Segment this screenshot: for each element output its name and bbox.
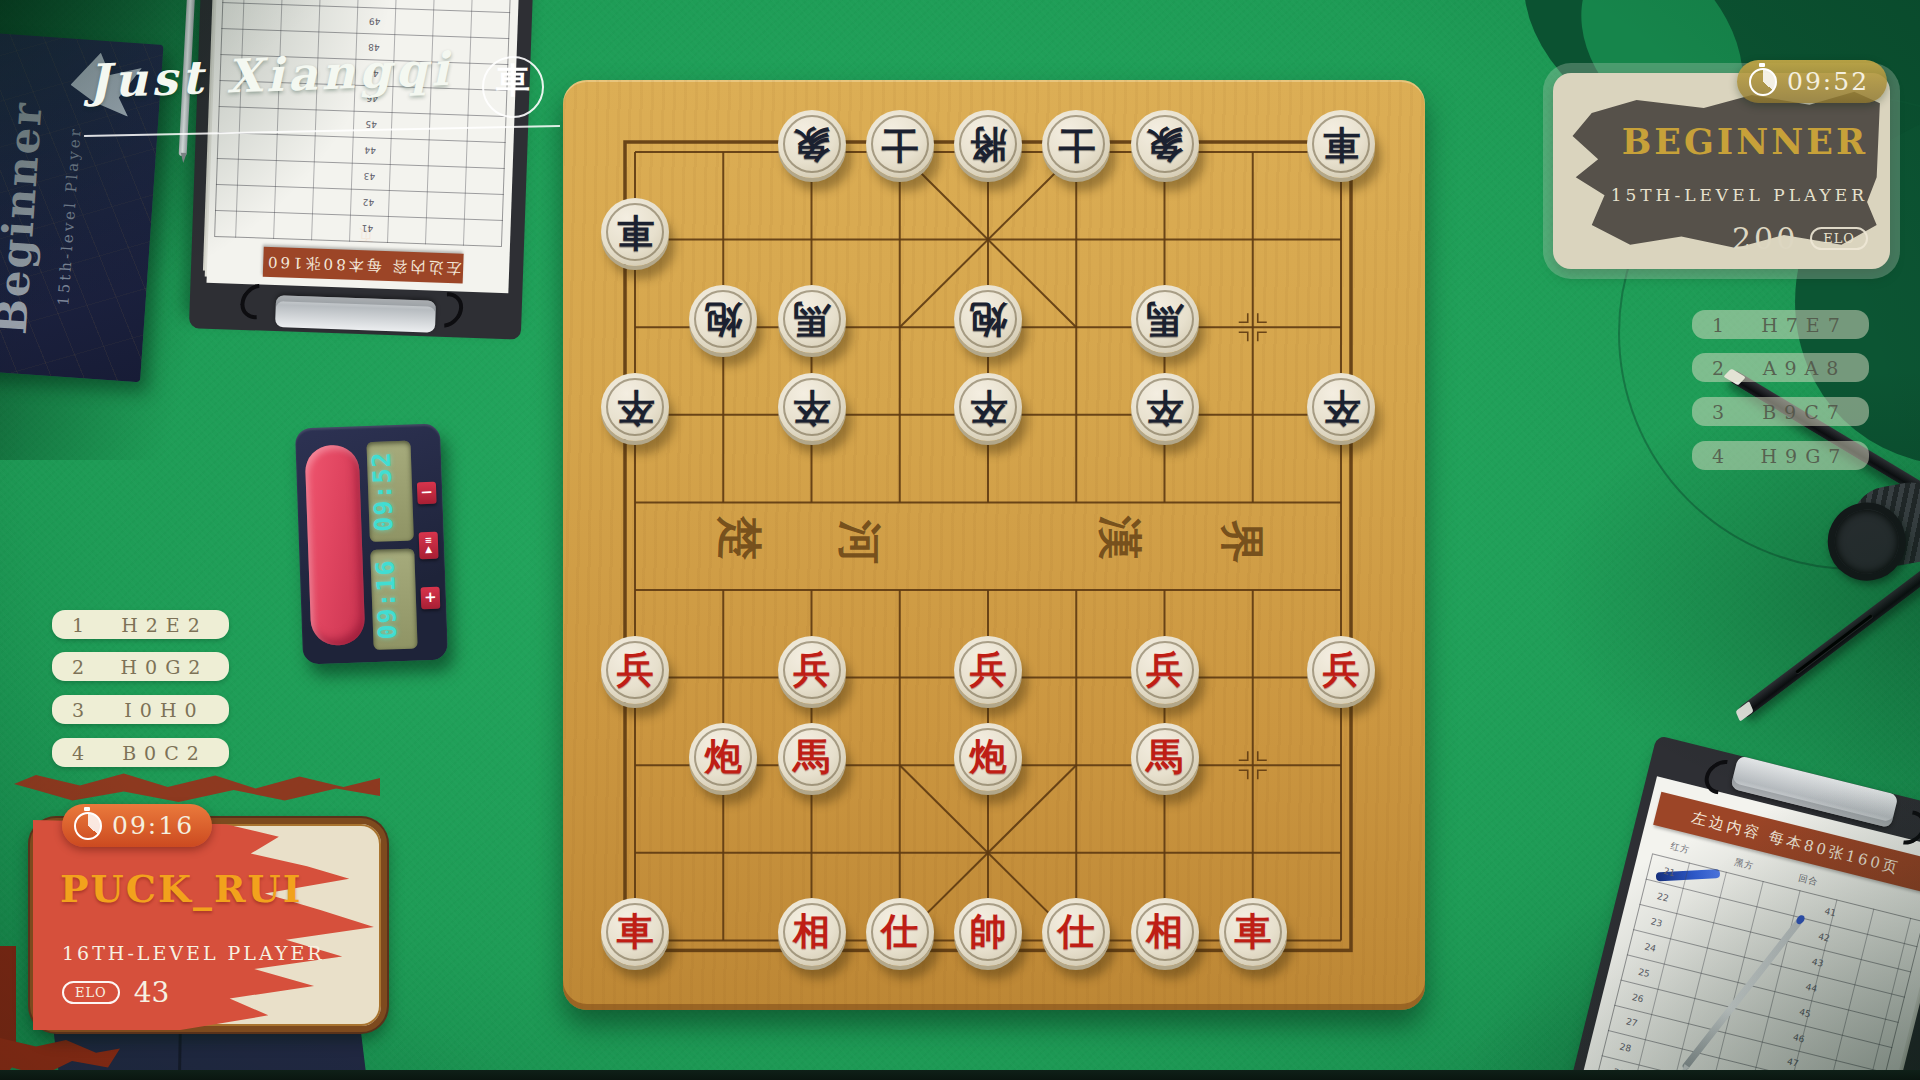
board-grid (563, 80, 1425, 1010)
piece-glyph: 象 (1146, 119, 1183, 169)
piece-glyph: 兵 (793, 645, 830, 695)
piece-glyph: 車 (1323, 119, 1360, 169)
piece-glyph: 車 (1234, 907, 1271, 957)
timer-black: 09:52 (1737, 60, 1887, 103)
piece-glyph: 仕 (1058, 907, 1095, 957)
move-text: H2E2 (104, 614, 229, 636)
piece-glyph: 卒 (793, 382, 830, 432)
piece-black-g7[interactable]: 馬 (1131, 285, 1199, 353)
timer-value: 09:52 (1787, 67, 1869, 96)
piece-red-e2[interactable]: 炮 (954, 723, 1022, 791)
move-number: 1 (1692, 314, 1744, 336)
river-char: 界 (1215, 514, 1271, 570)
piece-glyph: 帥 (970, 907, 1007, 957)
move-number: 4 (52, 742, 104, 764)
piece-red-c2[interactable]: 馬 (778, 723, 846, 791)
move-row[interactable]: 2 H0G2 (52, 652, 229, 681)
table-edge (0, 1070, 1920, 1080)
piece-red-e0[interactable]: 帥 (954, 898, 1022, 966)
piece-black-e6[interactable]: 卒 (954, 373, 1022, 441)
piece-glyph: 兵 (617, 645, 654, 695)
player-level: 15TH-LEVEL PLAYER (1611, 185, 1868, 205)
river-char: 漢 (1093, 510, 1149, 566)
piece-red-a3[interactable]: 兵 (601, 636, 669, 704)
piece-black-a8[interactable]: 車 (601, 198, 669, 266)
move-text: A9A8 (1744, 357, 1869, 379)
clock-menu-button: ≡ ▲ (419, 532, 439, 560)
piece-black-i9[interactable]: 車 (1307, 110, 1375, 178)
piece-glyph: 車 (617, 207, 654, 257)
piece-black-f9[interactable]: 士 (1042, 110, 1110, 178)
clock-time-top: 09:52 (366, 441, 413, 542)
piece-glyph: 相 (1146, 907, 1183, 957)
move-row[interactable]: 4 B0C2 (52, 738, 229, 767)
piece-red-g2[interactable]: 馬 (1131, 723, 1199, 791)
piece-red-g0[interactable]: 相 (1131, 898, 1199, 966)
move-text: I0H0 (104, 699, 229, 721)
logo-text: Just Xiangqi (87, 42, 453, 109)
piece-red-b2[interactable]: 炮 (689, 723, 757, 791)
move-row[interactable]: 1 H2E2 (52, 610, 229, 639)
piece-glyph: 仕 (881, 907, 918, 957)
red-book-spine (0, 946, 16, 1044)
sheet-label: 黑方 (1733, 856, 1756, 873)
elo-badge: ELO (1810, 227, 1868, 250)
move-text: B0C2 (104, 742, 229, 764)
piece-glyph: 士 (881, 119, 918, 169)
move-number: 3 (52, 699, 104, 721)
piece-red-c3[interactable]: 兵 (778, 636, 846, 704)
stopwatch-icon (74, 812, 102, 840)
piece-glyph: 兵 (1146, 645, 1183, 695)
piece-glyph: 車 (617, 907, 654, 957)
piece-glyph: 馬 (793, 732, 830, 782)
move-number: 3 (1692, 401, 1744, 423)
piece-glyph: 炮 (705, 732, 742, 782)
move-text: B9C7 (1744, 401, 1869, 423)
piece-black-c6[interactable]: 卒 (778, 373, 846, 441)
piece-black-g9[interactable]: 象 (1131, 110, 1199, 178)
player-name: BEGINNER (1622, 121, 1868, 162)
move-text: H0G2 (104, 656, 229, 678)
elo-value: 200 (1732, 221, 1798, 256)
piece-glyph: 象 (793, 119, 830, 169)
piece-black-g6[interactable]: 卒 (1131, 373, 1199, 441)
piece-red-h0[interactable]: 車 (1219, 898, 1287, 966)
move-row[interactable]: 3 I0H0 (52, 695, 229, 724)
elo-value: 43 (134, 976, 170, 1009)
move-row[interactable]: 3 B9C7 (1692, 397, 1869, 426)
piece-black-e9[interactable]: 將 (954, 110, 1022, 178)
logo-underline (84, 125, 560, 137)
player-name: PUCK_RUI (60, 866, 302, 911)
piece-glyph: 炮 (705, 294, 742, 344)
piece-glyph: 兵 (970, 645, 1007, 695)
clock-time-bottom: 09:16 (370, 549, 417, 650)
sheet-label: 回合 (1797, 872, 1820, 889)
piece-red-g3[interactable]: 兵 (1131, 636, 1199, 704)
river-char: 河 (833, 514, 889, 570)
elo-badge: ELO (62, 981, 120, 1004)
sheet-label: 红方 (1669, 840, 1692, 857)
piece-glyph: 馬 (793, 294, 830, 344)
piece-glyph: 將 (970, 119, 1007, 169)
piece-black-c7[interactable]: 馬 (778, 285, 846, 353)
piece-black-i6[interactable]: 卒 (1307, 373, 1375, 441)
piece-red-e3[interactable]: 兵 (954, 636, 1022, 704)
move-text: H7E7 (1744, 314, 1869, 336)
player-level: 16TH-LEVEL PLAYER (62, 942, 325, 964)
move-text: H9G7 (1744, 445, 1869, 467)
xiangqi-board[interactable]: 楚 河 漢 界 象士將士象車車炮馬炮馬卒卒卒卒卒兵兵兵兵兵炮馬炮馬車相仕帥仕相車 (563, 80, 1425, 1010)
piece-glyph: 兵 (1323, 645, 1360, 695)
move-row[interactable]: 1 H7E7 (1692, 310, 1869, 339)
piece-glyph: 卒 (1323, 382, 1360, 432)
move-number: 2 (52, 656, 104, 678)
clock-display-bottom: 09:16 (370, 549, 417, 650)
piece-black-d9[interactable]: 士 (866, 110, 934, 178)
clipboard-clip (275, 295, 436, 333)
clock-plunger-button (305, 444, 366, 646)
piece-glyph: 炮 (970, 294, 1007, 344)
stopwatch-icon (1749, 68, 1777, 96)
piece-red-a0[interactable]: 車 (601, 898, 669, 966)
piece-black-b7[interactable]: 炮 (689, 285, 757, 353)
piece-glyph: 炮 (970, 732, 1007, 782)
piece-red-d0[interactable]: 仕 (866, 898, 934, 966)
camera-lens (1819, 477, 1920, 583)
clock-display-top: 09:52 (366, 441, 413, 542)
move-number: 1 (52, 614, 104, 636)
piece-red-c0[interactable]: 相 (778, 898, 846, 966)
move-number: 2 (1692, 357, 1744, 379)
piece-glyph: 卒 (617, 382, 654, 432)
piece-glyph: 卒 (970, 382, 1007, 432)
book-title: Beginner (0, 67, 54, 370)
piece-glyph: 卒 (1146, 382, 1183, 432)
clock-plus-button: + (421, 587, 441, 610)
piece-glyph: 士 (1058, 119, 1095, 169)
river-char: 楚 (713, 510, 769, 566)
piece-black-a6[interactable]: 卒 (601, 373, 669, 441)
piece-glyph: 相 (793, 907, 830, 957)
move-row[interactable]: 2 A9A8 (1692, 353, 1869, 382)
piece-glyph: 馬 (1146, 294, 1183, 344)
clock-minus-button: − (417, 482, 437, 505)
player-card-red: PUCK_RUI 16TH-LEVEL PLAYER ELO 43 (30, 818, 387, 1032)
piece-black-e7[interactable]: 炮 (954, 285, 1022, 353)
move-row[interactable]: 4 H9G7 (1692, 441, 1869, 470)
app-logo: Just Xiangqi 車 (80, 40, 600, 150)
chess-clock: 09:52 09:16 − ≡ ▲ + (295, 424, 448, 665)
move-number: 4 (1692, 445, 1744, 467)
timer-red: 09:16 (62, 804, 212, 847)
logo-rook-badge: 車 (482, 56, 544, 118)
sheet-banner: 左边内容 每本80张160页 (263, 247, 464, 284)
piece-glyph: 馬 (1146, 732, 1183, 782)
piece-red-i3[interactable]: 兵 (1307, 636, 1375, 704)
timer-value: 09:16 (112, 811, 194, 840)
piece-black-c9[interactable]: 象 (778, 110, 846, 178)
